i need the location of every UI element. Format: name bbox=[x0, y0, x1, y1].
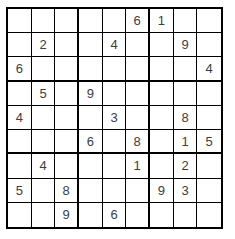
sudoku-page: 6124964594386815412589396 bbox=[0, 0, 235, 239]
cell-r4c1[interactable] bbox=[8, 82, 32, 106]
cell-r7c2[interactable]: 4 bbox=[32, 154, 56, 178]
cell-r1c6[interactable]: 6 bbox=[126, 9, 150, 33]
cell-r7c3[interactable] bbox=[55, 154, 79, 178]
cell-r6c3[interactable] bbox=[55, 130, 79, 154]
cell-r8c4[interactable] bbox=[79, 179, 103, 203]
cell-r7c6[interactable]: 1 bbox=[126, 154, 150, 178]
cell-r5c4[interactable] bbox=[79, 106, 103, 130]
cell-r1c3[interactable] bbox=[55, 9, 79, 33]
cell-r8c5[interactable] bbox=[103, 179, 127, 203]
cell-r9c8[interactable] bbox=[174, 203, 198, 227]
cell-r5c1[interactable]: 4 bbox=[8, 106, 32, 130]
cell-r5c6[interactable] bbox=[126, 106, 150, 130]
cell-r3c7[interactable] bbox=[150, 57, 174, 81]
cell-r5c3[interactable] bbox=[55, 106, 79, 130]
cell-r9c7[interactable] bbox=[150, 203, 174, 227]
cell-r5c5[interactable]: 3 bbox=[103, 106, 127, 130]
cell-r3c2[interactable] bbox=[32, 57, 56, 81]
cell-r4c4[interactable]: 9 bbox=[79, 82, 103, 106]
cell-r8c6[interactable] bbox=[126, 179, 150, 203]
cell-r5c2[interactable] bbox=[32, 106, 56, 130]
cell-r6c5[interactable] bbox=[103, 130, 127, 154]
cell-r3c8[interactable] bbox=[174, 57, 198, 81]
cell-r7c8[interactable]: 2 bbox=[174, 154, 198, 178]
cell-r1c4[interactable] bbox=[79, 9, 103, 33]
cell-r7c4[interactable] bbox=[79, 154, 103, 178]
cell-r5c8[interactable]: 8 bbox=[174, 106, 198, 130]
cell-r5c9[interactable] bbox=[197, 106, 221, 130]
cell-r9c9[interactable] bbox=[197, 203, 221, 227]
cell-r5c7[interactable] bbox=[150, 106, 174, 130]
cell-r8c1[interactable]: 5 bbox=[8, 179, 32, 203]
cell-r4c2[interactable]: 5 bbox=[32, 82, 56, 106]
cell-r6c6[interactable]: 8 bbox=[126, 130, 150, 154]
cell-r9c3[interactable]: 9 bbox=[55, 203, 79, 227]
cell-r7c9[interactable] bbox=[197, 154, 221, 178]
cell-r2c4[interactable] bbox=[79, 33, 103, 57]
cell-r6c9[interactable]: 5 bbox=[197, 130, 221, 154]
cell-r2c5[interactable]: 4 bbox=[103, 33, 127, 57]
cell-r1c9[interactable] bbox=[197, 9, 221, 33]
cell-r2c8[interactable]: 9 bbox=[174, 33, 198, 57]
cell-r8c7[interactable]: 9 bbox=[150, 179, 174, 203]
cell-r3c1[interactable]: 6 bbox=[8, 57, 32, 81]
cell-r7c1[interactable] bbox=[8, 154, 32, 178]
cell-r1c5[interactable] bbox=[103, 9, 127, 33]
cell-r2c6[interactable] bbox=[126, 33, 150, 57]
cell-r9c5[interactable]: 6 bbox=[103, 203, 127, 227]
cell-r2c1[interactable] bbox=[8, 33, 32, 57]
cell-r4c5[interactable] bbox=[103, 82, 127, 106]
sudoku-board: 6124964594386815412589396 bbox=[6, 7, 223, 229]
cell-r6c7[interactable] bbox=[150, 130, 174, 154]
cell-r3c4[interactable] bbox=[79, 57, 103, 81]
cell-r9c1[interactable] bbox=[8, 203, 32, 227]
cell-r1c2[interactable] bbox=[32, 9, 56, 33]
cell-r4c7[interactable] bbox=[150, 82, 174, 106]
cell-r8c2[interactable] bbox=[32, 179, 56, 203]
cell-r9c2[interactable] bbox=[32, 203, 56, 227]
cell-r1c1[interactable] bbox=[8, 9, 32, 33]
cell-r9c6[interactable] bbox=[126, 203, 150, 227]
cell-r6c2[interactable] bbox=[32, 130, 56, 154]
cell-r7c7[interactable] bbox=[150, 154, 174, 178]
cell-r3c9[interactable]: 4 bbox=[197, 57, 221, 81]
cell-r1c8[interactable] bbox=[174, 9, 198, 33]
cell-r3c6[interactable] bbox=[126, 57, 150, 81]
cell-r6c4[interactable]: 6 bbox=[79, 130, 103, 154]
cell-r8c3[interactable]: 8 bbox=[55, 179, 79, 203]
cell-r4c9[interactable] bbox=[197, 82, 221, 106]
cell-r6c8[interactable]: 1 bbox=[174, 130, 198, 154]
cell-r2c2[interactable]: 2 bbox=[32, 33, 56, 57]
cell-r6c1[interactable] bbox=[8, 130, 32, 154]
cell-r3c3[interactable] bbox=[55, 57, 79, 81]
cell-r2c7[interactable] bbox=[150, 33, 174, 57]
cell-r8c8[interactable]: 3 bbox=[174, 179, 198, 203]
cell-r9c4[interactable] bbox=[79, 203, 103, 227]
cell-r7c5[interactable] bbox=[103, 154, 127, 178]
cell-r8c9[interactable] bbox=[197, 179, 221, 203]
cell-r4c8[interactable] bbox=[174, 82, 198, 106]
cell-r4c6[interactable] bbox=[126, 82, 150, 106]
cell-r2c9[interactable] bbox=[197, 33, 221, 57]
cell-r4c3[interactable] bbox=[55, 82, 79, 106]
cell-r1c7[interactable]: 1 bbox=[150, 9, 174, 33]
cell-r2c3[interactable] bbox=[55, 33, 79, 57]
cell-r3c5[interactable] bbox=[103, 57, 127, 81]
